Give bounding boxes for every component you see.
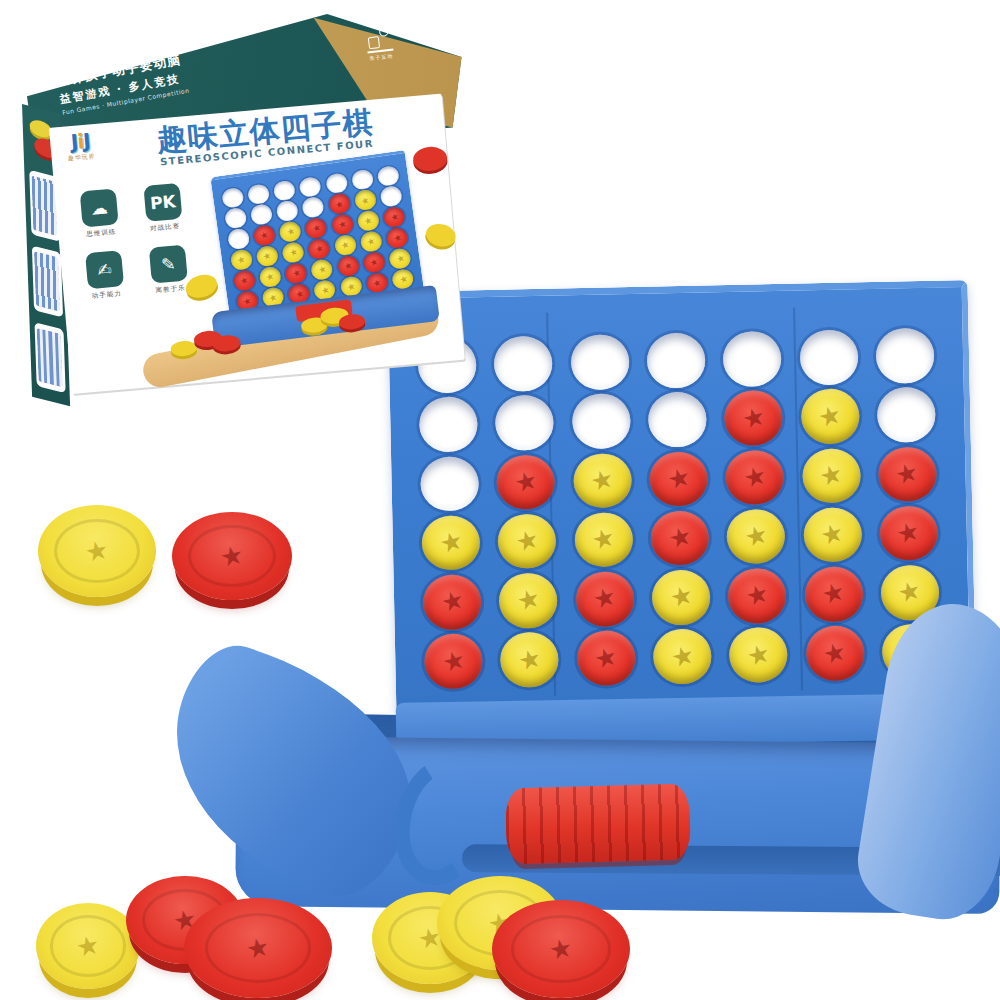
yellow-disc: ★ <box>800 389 859 445</box>
cell-r1c7 <box>866 326 944 387</box>
side-panel-photo-card <box>35 322 66 394</box>
red-disc: ★ <box>233 269 257 291</box>
yellow-disc: ★ <box>230 248 254 270</box>
empty-hole <box>250 203 274 225</box>
pk-icon: PK <box>144 182 183 221</box>
loose-disc-red: ★ <box>172 512 292 600</box>
empty-hole <box>419 397 478 453</box>
empty-hole <box>221 186 245 208</box>
yellow-disc: ★ <box>354 189 378 211</box>
cell-r6c6: ★ <box>796 623 874 684</box>
yellow-disc: ★ <box>392 267 416 289</box>
cell-r4c5: ★ <box>717 506 795 567</box>
loose-disc-red: ★ <box>184 898 332 998</box>
red-disc: ★ <box>725 450 784 506</box>
cell-r6c2: ★ <box>491 629 569 690</box>
yellow-disc: ★ <box>500 632 559 688</box>
cell-r2c5: ★ <box>715 388 793 449</box>
box-art-flying-disc <box>424 221 458 249</box>
loose-disc-red: ★ <box>492 900 630 998</box>
hands-on-icon: ✍ <box>85 250 124 289</box>
cell-r3c3: ★ <box>564 450 642 511</box>
empty-hole <box>227 227 251 249</box>
yellow-disc: ★ <box>334 233 358 255</box>
cell-r5c4: ★ <box>642 567 720 628</box>
box-front-panel: JiJ 趣华玩界 趣味立体四子棋 STEREOSCOPIC CONNECT FO… <box>49 93 465 393</box>
empty-hole <box>495 395 554 451</box>
empty-hole <box>273 179 297 201</box>
brain-icon: ☁ <box>80 188 119 227</box>
cell-r6c3: ★ <box>567 628 645 689</box>
loose-disc-yellow: ★ <box>36 903 140 989</box>
feature-icons: ☁ 思维训练 PK 对战比赛 ✍ 动手能力 ✎ 寓教于乐 <box>75 182 194 301</box>
yellow-disc: ★ <box>256 244 280 266</box>
empty-hole <box>299 175 323 197</box>
yellow-disc: ★ <box>803 507 862 563</box>
cell-r6c4: ★ <box>644 626 722 687</box>
feature-pk: PK 对战比赛 <box>139 182 189 234</box>
brand-logo: JiJ 趣华玩界 <box>66 128 97 163</box>
cell-r3c2: ★ <box>487 452 565 513</box>
yellow-disc: ★ <box>421 515 480 571</box>
cell-r4c4: ★ <box>641 508 719 569</box>
cell-r2c1 <box>410 394 488 455</box>
empty-hole <box>877 387 936 443</box>
yellow-disc: ★ <box>727 509 786 565</box>
brand-logo-text: 趣华玩界 <box>68 152 97 163</box>
red-disc: ★ <box>308 237 332 259</box>
empty-hole <box>570 334 629 390</box>
cell-r3c6: ★ <box>792 445 870 506</box>
side-panel-photo-card <box>32 246 63 318</box>
empty-hole <box>380 185 404 207</box>
product-photo: ★★★★★★★★★★★★★★★★★★★★★★★★★★★★★ ★ ★ ★ ★ ★ … <box>0 0 1000 1000</box>
empty-hole <box>494 336 553 392</box>
red-disc: ★ <box>650 510 709 566</box>
cell-r4c2: ★ <box>489 511 567 572</box>
cell-r6c1: ★ <box>415 631 493 692</box>
red-disc: ★ <box>423 574 482 630</box>
cell-r1c3 <box>561 332 639 393</box>
empty-hole <box>572 394 631 450</box>
yellow-disc: ★ <box>651 569 710 625</box>
empty-hole <box>247 183 271 205</box>
cell-r4c6: ★ <box>794 505 872 566</box>
person-at-table-icon <box>366 32 394 53</box>
red-disc: ★ <box>878 446 937 502</box>
box-art-flying-disc <box>413 145 449 172</box>
brand-logo-mark: JiJ <box>66 128 96 154</box>
cell-r3c5: ★ <box>716 447 794 508</box>
box-art: ★★★★★★★★★★★★★★★★★★★★★★★★★★★★★ <box>192 146 458 367</box>
feature-label: 动手能力 <box>84 288 131 301</box>
red-disc: ★ <box>576 630 635 686</box>
red-disc: ★ <box>649 451 708 507</box>
yellow-disc: ★ <box>573 453 632 509</box>
yellow-disc: ★ <box>279 220 303 242</box>
empty-hole <box>875 328 934 384</box>
red-disc: ★ <box>724 390 783 446</box>
red-disc: ★ <box>305 216 329 238</box>
red-disc: ★ <box>328 192 352 214</box>
red-disc: ★ <box>285 261 309 283</box>
yellow-disc: ★ <box>282 241 306 263</box>
cell-r6c5: ★ <box>720 624 798 685</box>
empty-hole <box>302 196 326 218</box>
cell-r4c1: ★ <box>412 513 490 574</box>
feature-hands-on: ✍ 动手能力 <box>80 249 130 301</box>
empty-hole <box>276 200 300 222</box>
red-disc: ★ <box>879 505 938 561</box>
cell-r3c1 <box>411 453 489 514</box>
red-disc: ★ <box>331 213 355 235</box>
game-board: ★★★★★★★★★★★★★★★★★★★★★★★★★★★★★ <box>388 280 977 716</box>
yellow-disc: ★ <box>653 629 712 685</box>
yellow-disc: ★ <box>360 230 384 252</box>
red-disc: ★ <box>383 206 407 228</box>
red-disc: ★ <box>804 566 863 622</box>
cell-r1c2 <box>485 333 563 394</box>
empty-hole <box>377 164 401 186</box>
cell-r4c7: ★ <box>870 503 948 564</box>
yellow-disc: ★ <box>574 512 633 568</box>
yellow-disc: ★ <box>389 247 413 269</box>
feature-label: 对战比赛 <box>142 221 189 234</box>
cell-r2c6: ★ <box>791 386 869 447</box>
yellow-disc: ★ <box>259 265 283 287</box>
cell-r5c1: ★ <box>414 572 492 633</box>
education-icon: ✎ <box>149 244 188 283</box>
yellow-disc: ★ <box>311 258 335 280</box>
cell-r1c5 <box>714 329 792 390</box>
yellow-disc: ★ <box>499 573 558 629</box>
empty-hole <box>723 331 782 387</box>
red-disc: ★ <box>805 625 864 681</box>
cell-r3c4: ★ <box>640 449 718 510</box>
product-box: 培养孩子动手要动脑 益智游戏 · 多人竞技 Fun Games · Multip… <box>18 10 466 402</box>
yellow-disc: ★ <box>802 448 861 504</box>
red-disc: ★ <box>337 254 361 276</box>
yellow-disc: ★ <box>357 209 381 231</box>
cell-r2c7 <box>867 385 945 446</box>
red-disc: ★ <box>363 250 387 272</box>
cell-r1c4 <box>637 330 715 391</box>
empty-hole <box>224 207 248 229</box>
cell-r2c3 <box>562 391 640 452</box>
loose-disc-yellow: ★ <box>38 505 156 597</box>
cell-r1c6 <box>790 327 868 388</box>
red-disc: ★ <box>386 226 410 248</box>
red-disc: ★ <box>253 224 277 246</box>
yellow-disc: ★ <box>729 627 788 683</box>
red-disc: ★ <box>728 568 787 624</box>
cell-r3c7: ★ <box>869 444 947 505</box>
cell-r5c2: ★ <box>490 570 568 631</box>
empty-hole <box>420 456 479 512</box>
empty-hole <box>648 392 707 448</box>
empty-hole <box>799 330 858 386</box>
cell-r4c3: ★ <box>565 509 643 570</box>
feature-label: 思维训练 <box>78 226 125 239</box>
red-disc: ★ <box>575 571 634 627</box>
cell-r5c5: ★ <box>719 565 797 626</box>
empty-hole <box>325 172 349 194</box>
box-corner-art: 亲子互动 <box>366 32 395 61</box>
cell-r2c2 <box>486 393 564 454</box>
cell-r2c4 <box>639 389 717 450</box>
cell-r5c6: ★ <box>795 564 873 625</box>
cell-r5c3: ★ <box>566 569 644 630</box>
red-disc: ★ <box>496 454 555 510</box>
red-disc: ★ <box>424 633 483 689</box>
red-roller <box>505 784 691 865</box>
empty-hole <box>351 168 375 190</box>
feature-thinking: ☁ 思维训练 <box>75 188 125 240</box>
empty-hole <box>647 333 706 389</box>
yellow-disc: ★ <box>498 513 557 569</box>
